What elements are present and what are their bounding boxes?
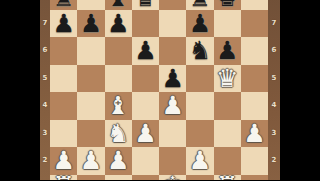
square-c2: ♟ <box>105 147 132 175</box>
black-pawn-b7: ♟ <box>80 10 102 37</box>
rank-labels-right: 87654321 <box>268 0 280 180</box>
square-b7: ♟ <box>77 10 104 38</box>
square-h4 <box>241 92 268 120</box>
square-b1 <box>77 175 104 181</box>
square-a3 <box>50 120 77 148</box>
square-a6 <box>50 37 77 65</box>
white-pawn-f2: ♟ <box>189 147 211 174</box>
square-a7: ♟ <box>50 10 77 38</box>
square-g1: ♜ <box>214 175 241 181</box>
rank-label-4: 4 <box>268 92 280 120</box>
rank-label-5: 5 <box>268 65 280 93</box>
square-c5 <box>105 65 132 93</box>
square-d4 <box>132 92 159 120</box>
square-g7 <box>214 10 241 38</box>
chess-board: ♜♝♛♜♚♟♟♟♟♟♞♟♟♛♝♟♞♟♟♟♟♟♟♜♚♜ <box>50 0 268 180</box>
black-pawn-c7: ♟ <box>107 10 129 37</box>
square-e7 <box>159 10 186 38</box>
white-rook-g1: ♜ <box>216 172 238 180</box>
square-h3: ♟ <box>241 120 268 148</box>
white-king-e1: ♚ <box>161 172 183 180</box>
square-g6: ♟ <box>214 37 241 65</box>
square-f5 <box>186 65 213 93</box>
black-pawn-f7: ♟ <box>189 10 211 37</box>
square-c3: ♞ <box>105 120 132 148</box>
square-c4: ♝ <box>105 92 132 120</box>
square-a4 <box>50 92 77 120</box>
square-e1: ♚ <box>159 175 186 181</box>
square-d3: ♟ <box>132 120 159 148</box>
square-d5 <box>132 65 159 93</box>
square-d8: ♛ <box>132 0 159 10</box>
rank-label-8: 8 <box>40 0 50 10</box>
square-d2 <box>132 147 159 175</box>
square-h1 <box>241 175 268 181</box>
square-c1 <box>105 175 132 181</box>
black-pawn-g6: ♟ <box>216 37 238 64</box>
rank-label-6: 6 <box>268 37 280 65</box>
rank-label-7: 7 <box>40 10 50 38</box>
rank-label-7: 7 <box>268 10 280 38</box>
square-f1 <box>186 175 213 181</box>
rank-label-1: 1 <box>40 175 50 181</box>
black-pawn-d6: ♟ <box>134 37 156 64</box>
white-knight-c3: ♞ <box>107 120 129 147</box>
square-h2 <box>241 147 268 175</box>
white-pawn-e4: ♟ <box>161 92 183 119</box>
rank-label-8: 8 <box>268 0 280 10</box>
square-f2: ♟ <box>186 147 213 175</box>
rank-labels-left: 87654321 <box>40 0 50 180</box>
square-b6 <box>77 37 104 65</box>
rank-label-1: 1 <box>268 175 280 181</box>
square-c7: ♟ <box>105 10 132 38</box>
square-d1 <box>132 175 159 181</box>
white-pawn-d3: ♟ <box>134 120 156 147</box>
square-e8 <box>159 0 186 10</box>
white-pawn-h3: ♟ <box>243 120 265 147</box>
square-b5 <box>77 65 104 93</box>
white-pawn-c2: ♟ <box>107 147 129 174</box>
rank-label-5: 5 <box>40 65 50 93</box>
square-h6 <box>241 37 268 65</box>
square-d6: ♟ <box>132 37 159 65</box>
square-b3 <box>77 120 104 148</box>
square-g3 <box>214 120 241 148</box>
square-g5: ♛ <box>214 65 241 93</box>
rank-label-3: 3 <box>268 120 280 148</box>
square-c6 <box>105 37 132 65</box>
rank-label-3: 3 <box>40 120 50 148</box>
white-rook-a1: ♜ <box>52 172 74 180</box>
square-f6: ♞ <box>186 37 213 65</box>
white-pawn-b2: ♟ <box>80 147 102 174</box>
square-a1: ♜ <box>50 175 77 181</box>
square-f3 <box>186 120 213 148</box>
square-e3 <box>159 120 186 148</box>
black-pawn-a7: ♟ <box>52 10 74 37</box>
square-h7 <box>241 10 268 38</box>
square-f4 <box>186 92 213 120</box>
black-pawn-e5: ♟ <box>161 65 183 92</box>
white-queen-g5: ♛ <box>216 65 238 92</box>
square-h5 <box>241 65 268 93</box>
square-g8: ♚ <box>214 0 241 10</box>
square-a5 <box>50 65 77 93</box>
square-b2: ♟ <box>77 147 104 175</box>
rank-label-4: 4 <box>40 92 50 120</box>
square-b4 <box>77 92 104 120</box>
white-bishop-c4: ♝ <box>107 92 129 119</box>
square-e6 <box>159 37 186 65</box>
square-e4: ♟ <box>159 92 186 120</box>
black-knight-f6: ♞ <box>189 37 211 64</box>
rank-label-2: 2 <box>268 147 280 175</box>
square-g4 <box>214 92 241 120</box>
square-f7: ♟ <box>186 10 213 38</box>
chess-board-frame: 87654321 ♜♝♛♜♚♟♟♟♟♟♞♟♟♛♝♟♞♟♟♟♟♟♟♜♚♜ 8765… <box>40 0 280 180</box>
square-h8 <box>241 0 268 10</box>
video-frame: 87654321 ♜♝♛♜♚♟♟♟♟♟♞♟♟♛♝♟♞♟♟♟♟♟♟♜♚♜ 8765… <box>0 0 320 180</box>
square-d7 <box>132 10 159 38</box>
square-e5: ♟ <box>159 65 186 93</box>
rank-label-6: 6 <box>40 37 50 65</box>
rank-label-2: 2 <box>40 147 50 175</box>
